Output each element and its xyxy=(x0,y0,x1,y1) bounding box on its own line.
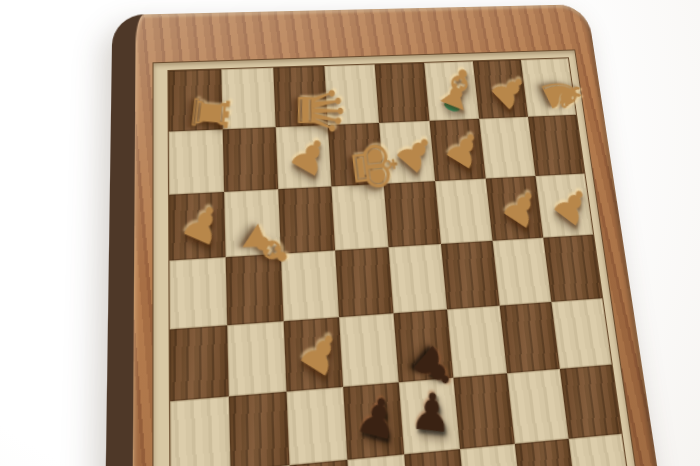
square-c3[interactable] xyxy=(287,387,348,465)
square-f3[interactable] xyxy=(453,373,514,449)
piece-light-rook-a8[interactable]: ♜ xyxy=(183,89,236,136)
square-g3[interactable] xyxy=(507,369,569,444)
chess-box-frame: ♜♛♝♟♞♟♚♟♟♟♝♟♟♟♟♟♟ xyxy=(102,4,682,466)
square-a7[interactable] xyxy=(169,129,224,194)
square-d5[interactable] xyxy=(335,247,393,317)
square-b7[interactable] xyxy=(223,127,279,192)
square-g4[interactable] xyxy=(500,302,560,373)
square-f6[interactable] xyxy=(435,179,492,244)
square-f2[interactable] xyxy=(460,444,523,466)
square-b4[interactable] xyxy=(227,321,286,396)
maple-inner-border: ♜♛♝♟♞♟♚♟♟♟♝♟♟♟♟♟♟ xyxy=(152,49,654,466)
square-h2[interactable] xyxy=(569,434,632,466)
square-h3[interactable] xyxy=(560,365,622,439)
piece-glyph: ♛ xyxy=(288,83,351,139)
piece-light-queen-c8[interactable]: ♛ xyxy=(288,83,351,139)
square-h4[interactable] xyxy=(551,298,611,369)
square-a4[interactable] xyxy=(170,325,229,401)
chessboard: ♜♛♝♟♞♟♚♟♟♟♝♟♟♟♟♟♟ xyxy=(168,58,642,466)
chess-box-scene: ♜♛♝♟♞♟♚♟♟♟♝♟♟♟♟♟♟ xyxy=(102,4,682,466)
photo-background: ♜♛♝♟♞♟♚♟♟♟♝♟♟♟♟♟♟ xyxy=(0,0,700,466)
piece-glyph: ♟ xyxy=(409,385,454,441)
square-a3[interactable] xyxy=(170,396,230,466)
square-b3[interactable] xyxy=(229,392,290,466)
square-d4[interactable] xyxy=(339,313,399,387)
square-f5[interactable] xyxy=(441,241,500,310)
piece-glyph: ♜ xyxy=(183,89,236,136)
square-e5[interactable] xyxy=(389,244,448,313)
square-g5[interactable] xyxy=(493,238,552,306)
square-h5[interactable] xyxy=(543,235,602,302)
piece-dark-pawn-e3[interactable]: ♟ xyxy=(409,385,454,441)
square-e8[interactable] xyxy=(375,63,430,123)
square-h7[interactable] xyxy=(528,115,584,176)
square-a5[interactable] xyxy=(169,257,227,329)
